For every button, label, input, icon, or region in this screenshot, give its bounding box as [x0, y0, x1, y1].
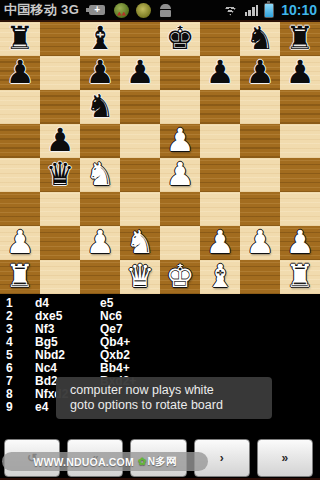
move-b: Qe7: [100, 323, 320, 336]
square-d8[interactable]: [120, 22, 160, 56]
white-pawn: ♟: [80, 226, 120, 259]
chess-board: ♜♝♚♞♜♟♟♟♟♟♟♞♟♟♛♞♟♟♟♞♟♟♟♜♛♚♝♜: [0, 22, 320, 294]
white-pawn: ♟: [160, 124, 200, 157]
square-b5[interactable]: ♟: [40, 124, 80, 158]
black-rook: ♜: [0, 22, 40, 55]
square-e2[interactable]: [160, 226, 200, 260]
square-d6[interactable]: [120, 90, 160, 124]
toast-line2: goto options to rotate board: [70, 398, 272, 413]
square-d5[interactable]: [120, 124, 160, 158]
white-rook: ♜: [280, 260, 320, 293]
black-pawn: ♟: [80, 56, 120, 89]
square-g5[interactable]: [240, 124, 280, 158]
white-knight: ♞: [80, 158, 120, 191]
square-b4[interactable]: ♛: [40, 158, 80, 192]
black-pawn: ♟: [280, 56, 320, 89]
watermark-site: N多网: [148, 455, 177, 469]
nduoa-watermark: WWW.NDUOA.COM ✿ N多网: [2, 452, 208, 471]
black-pawn: ♟: [240, 56, 280, 89]
square-d2[interactable]: ♞: [120, 226, 160, 260]
white-knight: ♞: [120, 226, 160, 259]
square-b3[interactable]: [40, 192, 80, 226]
black-pawn: ♟: [120, 56, 160, 89]
square-c1[interactable]: [80, 260, 120, 294]
black-knight: ♞: [80, 90, 120, 123]
white-pawn: ♟: [0, 226, 40, 259]
square-g2[interactable]: ♟: [240, 226, 280, 260]
black-knight: ♞: [240, 22, 280, 55]
square-f3[interactable]: [200, 192, 240, 226]
toast-message: computer now plays white goto options to…: [56, 377, 272, 419]
square-e5[interactable]: ♟: [160, 124, 200, 158]
square-d3[interactable]: [120, 192, 160, 226]
white-pawn: ♟: [200, 226, 240, 259]
square-h5[interactable]: [280, 124, 320, 158]
square-f2[interactable]: ♟: [200, 226, 240, 260]
square-a5[interactable]: [0, 124, 40, 158]
black-pawn: ♟: [200, 56, 240, 89]
square-h7[interactable]: ♟: [280, 56, 320, 90]
toast-line1: computer now plays white: [70, 383, 272, 398]
square-f7[interactable]: ♟: [200, 56, 240, 90]
square-h8[interactable]: ♜: [280, 22, 320, 56]
black-pawn: ♟: [40, 124, 80, 157]
battery-icon: [264, 3, 274, 18]
square-b7[interactable]: [40, 56, 80, 90]
white-pawn: ♟: [280, 226, 320, 259]
square-b8[interactable]: [40, 22, 80, 56]
square-f4[interactable]: [200, 158, 240, 192]
square-d7[interactable]: ♟: [120, 56, 160, 90]
white-bishop: ♝: [200, 260, 240, 293]
square-a6[interactable]: [0, 90, 40, 124]
white-pawn: ♟: [240, 226, 280, 259]
square-a7[interactable]: ♟: [0, 56, 40, 90]
android-robot-icon: [159, 3, 172, 18]
square-d4[interactable]: [120, 158, 160, 192]
wifi-icon: [222, 5, 238, 16]
square-h3[interactable]: [280, 192, 320, 226]
black-queen: ♛: [40, 158, 80, 191]
square-e7[interactable]: [160, 56, 200, 90]
move-b: Qxb2: [100, 349, 320, 362]
square-d1[interactable]: ♛: [120, 260, 160, 294]
square-a4[interactable]: [0, 158, 40, 192]
signal-bars-icon: [243, 4, 258, 16]
black-bishop: ♝: [80, 22, 120, 55]
square-e8[interactable]: ♚: [160, 22, 200, 56]
square-f1[interactable]: ♝: [200, 260, 240, 294]
white-rook: ♜: [0, 260, 40, 293]
carrier-label: 中国移动 3G: [4, 1, 79, 19]
square-c2[interactable]: ♟: [80, 226, 120, 260]
square-e4[interactable]: ♟: [160, 158, 200, 192]
move-b: Nc6: [100, 310, 320, 323]
move-b: e5: [100, 297, 320, 310]
square-g3[interactable]: [240, 192, 280, 226]
square-g1[interactable]: [240, 260, 280, 294]
square-h6[interactable]: [280, 90, 320, 124]
square-f6[interactable]: [200, 90, 240, 124]
square-f8[interactable]: [200, 22, 240, 56]
watermark-url: WWW.NDUOA.COM: [33, 456, 134, 468]
square-h4[interactable]: [280, 158, 320, 192]
nav-button-forward-to-end[interactable]: »: [257, 439, 313, 477]
square-c5[interactable]: [80, 124, 120, 158]
square-e6[interactable]: [160, 90, 200, 124]
black-rook: ♜: [280, 22, 320, 55]
square-b2[interactable]: [40, 226, 80, 260]
square-a8[interactable]: ♜: [0, 22, 40, 56]
square-f5[interactable]: [200, 124, 240, 158]
move-b: Qb4+: [100, 336, 320, 349]
white-king: ♚: [160, 260, 200, 293]
status-bar: 中国移动 3G + 10:10: [0, 0, 320, 20]
clock-label: 10:10: [281, 2, 317, 18]
square-c8[interactable]: ♝: [80, 22, 120, 56]
black-king: ♚: [160, 22, 200, 55]
square-h1[interactable]: ♜: [280, 260, 320, 294]
square-a1[interactable]: ♜: [0, 260, 40, 294]
square-e1[interactable]: ♚: [160, 260, 200, 294]
app-notification-icon: [136, 3, 151, 18]
square-g4[interactable]: [240, 158, 280, 192]
square-c4[interactable]: ♞: [80, 158, 120, 192]
square-c7[interactable]: ♟: [80, 56, 120, 90]
square-a3[interactable]: [0, 192, 40, 226]
square-e3[interactable]: [160, 192, 200, 226]
square-g7[interactable]: ♟: [240, 56, 280, 90]
white-pawn: ♟: [160, 158, 200, 191]
black-pawn: ♟: [0, 56, 40, 89]
square-b1[interactable]: [40, 260, 80, 294]
square-c6[interactable]: ♞: [80, 90, 120, 124]
move-no: 9: [0, 401, 35, 414]
square-a2[interactable]: ♟: [0, 226, 40, 260]
square-g8[interactable]: ♞: [240, 22, 280, 56]
square-b6[interactable]: [40, 90, 80, 124]
status-right-cluster: 10:10: [222, 2, 320, 18]
square-c3[interactable]: [80, 192, 120, 226]
charging-icon: +: [89, 5, 105, 15]
nduoa-flower-icon: ✿: [138, 456, 147, 467]
square-g6[interactable]: [240, 90, 280, 124]
security-app-icon: [114, 3, 129, 18]
white-queen: ♛: [120, 260, 160, 293]
square-h2[interactable]: ♟: [280, 226, 320, 260]
